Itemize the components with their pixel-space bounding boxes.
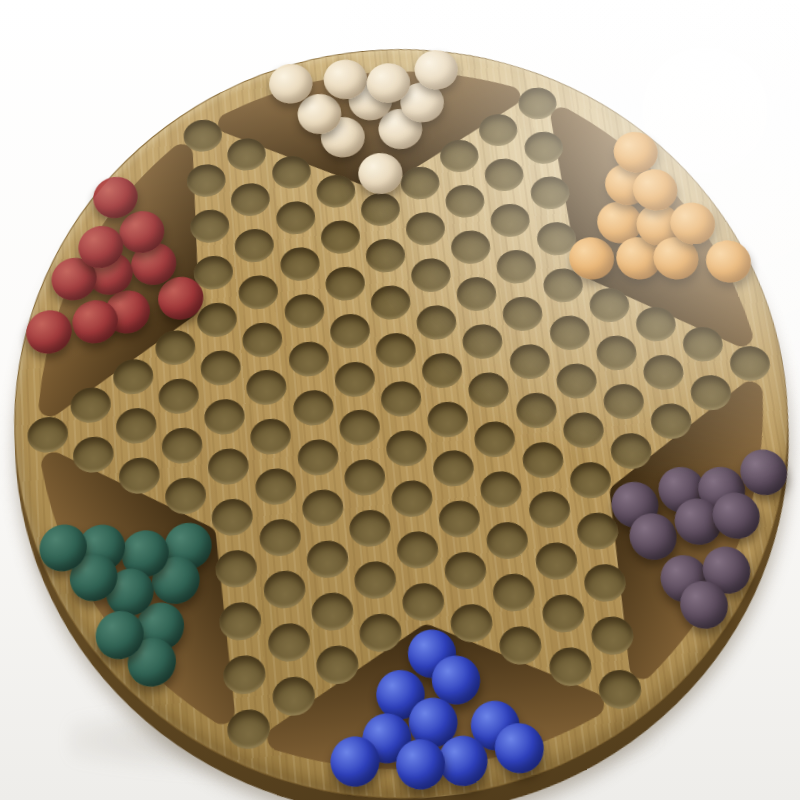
chinese-checkers-board (0, 17, 800, 800)
board-tilt-wrapper (0, 17, 800, 800)
chinese-checkers-product-photo (0, 0, 800, 800)
